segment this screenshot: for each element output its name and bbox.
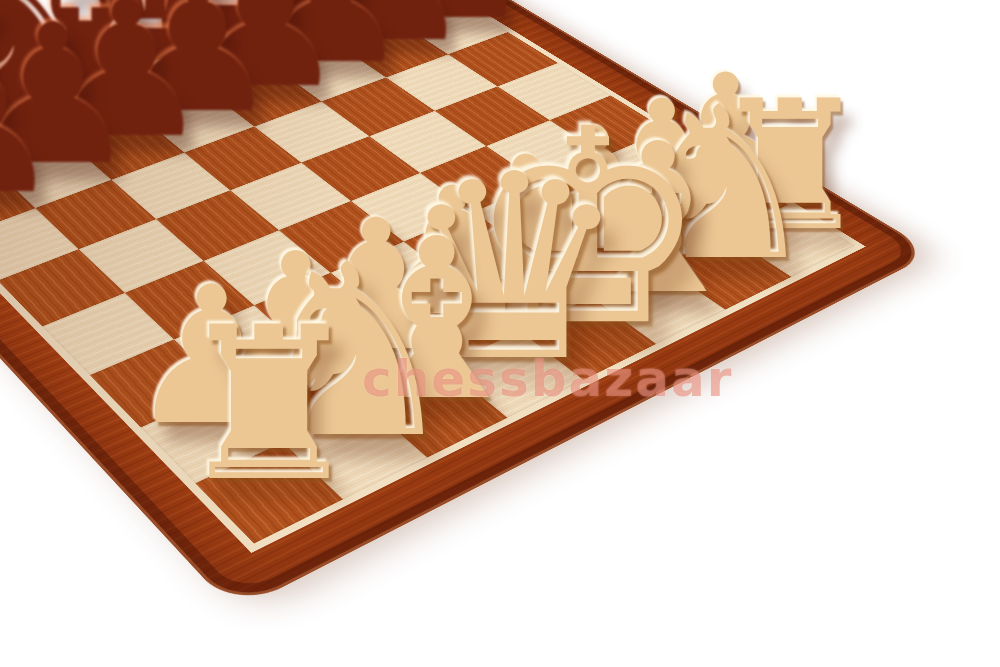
- board-playing-area: [0, 0, 866, 553]
- board-squares-grid: [0, 0, 854, 544]
- chess-board: [0, 0, 934, 612]
- chess-set-product-photo[interactable]: ♜♞♝♛♚♝♞♜♟♟♟♟♟♟♟♟♟♟♟♟♟♟♟♟♜♞♝♛♚♝♞♜ chessba…: [0, 0, 1000, 667]
